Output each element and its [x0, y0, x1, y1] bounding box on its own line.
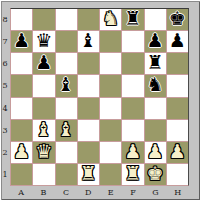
- square-a6[interactable]: [11, 53, 32, 74]
- square-f7[interactable]: [122, 31, 143, 52]
- square-c5[interactable]: ♝: [56, 75, 77, 96]
- square-b3[interactable]: ♝: [33, 120, 54, 141]
- square-c4[interactable]: [56, 98, 77, 119]
- rank-label: 8: [0, 8, 10, 30]
- file-labels: ABCDEFGH: [10, 186, 189, 198]
- square-d2[interactable]: [78, 142, 99, 163]
- square-g5[interactable]: ♞: [145, 75, 166, 96]
- rank-labels: 87654321: [0, 8, 10, 186]
- square-d1[interactable]: ♜: [78, 164, 99, 185]
- square-e2[interactable]: [100, 142, 121, 163]
- piece-white-knight[interactable]: ♞: [102, 9, 119, 28]
- file-label: E: [100, 186, 122, 198]
- square-b5[interactable]: [33, 75, 54, 96]
- square-b4[interactable]: [33, 98, 54, 119]
- square-h3[interactable]: [167, 120, 188, 141]
- piece-black-pawn[interactable]: ♟: [169, 31, 186, 50]
- piece-white-pawn[interactable]: ♟: [124, 142, 141, 161]
- square-a7[interactable]: ♟: [11, 31, 32, 52]
- square-e3[interactable]: [100, 120, 121, 141]
- rank-label: 1: [0, 164, 10, 186]
- piece-black-knight[interactable]: ♞: [147, 75, 164, 94]
- square-g8[interactable]: [145, 9, 166, 30]
- square-d7[interactable]: ♝: [78, 31, 99, 52]
- piece-white-pawn[interactable]: ♟: [169, 142, 186, 161]
- piece-black-rook[interactable]: ♜: [147, 53, 164, 72]
- square-f4[interactable]: [122, 98, 143, 119]
- piece-white-pawn[interactable]: ♟: [147, 142, 164, 161]
- square-a5[interactable]: [11, 75, 32, 96]
- file-label: A: [10, 186, 32, 198]
- square-h5[interactable]: [167, 75, 188, 96]
- square-d5[interactable]: [78, 75, 99, 96]
- square-c1[interactable]: [56, 164, 77, 185]
- square-g6[interactable]: ♜: [145, 53, 166, 74]
- piece-white-rook[interactable]: ♜: [80, 164, 97, 183]
- square-c2[interactable]: [56, 142, 77, 163]
- square-f2[interactable]: ♟: [122, 142, 143, 163]
- square-g1[interactable]: ♚: [145, 164, 166, 185]
- piece-black-pawn[interactable]: ♟: [13, 31, 30, 50]
- square-h7[interactable]: ♟: [167, 31, 188, 52]
- square-c7[interactable]: [56, 31, 77, 52]
- rank-label: 3: [0, 119, 10, 141]
- square-d6[interactable]: [78, 53, 99, 74]
- square-b2[interactable]: ♛: [33, 142, 54, 163]
- square-e1[interactable]: [100, 164, 121, 185]
- file-label: B: [32, 186, 54, 198]
- square-b8[interactable]: [33, 9, 54, 30]
- piece-white-rook[interactable]: ♜: [124, 164, 141, 183]
- square-f5[interactable]: [122, 75, 143, 96]
- square-g2[interactable]: ♟: [145, 142, 166, 163]
- square-d8[interactable]: [78, 9, 99, 30]
- square-a8[interactable]: [11, 9, 32, 30]
- piece-white-queen[interactable]: ♛: [35, 142, 52, 161]
- square-b1[interactable]: [33, 164, 54, 185]
- chess-app-window: 87654321 ♞♜♚♟♛♝♟♟♟♜♝♞♝♝♟♛♟♟♟♜♜♚ ABCDEFGH: [0, 0, 200, 200]
- rank-label: 7: [0, 30, 10, 52]
- rank-label: 2: [0, 142, 10, 164]
- square-a2[interactable]: ♟: [11, 142, 32, 163]
- square-c8[interactable]: [56, 9, 77, 30]
- square-e6[interactable]: [100, 53, 121, 74]
- piece-white-bishop[interactable]: ♝: [35, 120, 52, 139]
- rank-label: 6: [0, 53, 10, 75]
- square-b7[interactable]: ♛: [33, 31, 54, 52]
- rank-label: 4: [0, 97, 10, 119]
- square-a3[interactable]: [11, 120, 32, 141]
- square-d4[interactable]: [78, 98, 99, 119]
- file-label: D: [77, 186, 99, 198]
- square-a4[interactable]: [11, 98, 32, 119]
- square-e7[interactable]: [100, 31, 121, 52]
- file-label: C: [55, 186, 77, 198]
- square-c6[interactable]: [56, 53, 77, 74]
- square-c3[interactable]: ♝: [56, 120, 77, 141]
- square-f8[interactable]: ♜: [122, 9, 143, 30]
- piece-black-rook[interactable]: ♜: [124, 9, 141, 28]
- square-h6[interactable]: [167, 53, 188, 74]
- square-b6[interactable]: ♟: [33, 53, 54, 74]
- square-h8[interactable]: ♚: [167, 9, 188, 30]
- square-f1[interactable]: ♜: [122, 164, 143, 185]
- square-h1[interactable]: [167, 164, 188, 185]
- square-e5[interactable]: [100, 75, 121, 96]
- piece-white-king[interactable]: ♚: [147, 164, 164, 183]
- piece-black-pawn[interactable]: ♟: [147, 31, 164, 50]
- piece-black-bishop[interactable]: ♝: [58, 75, 75, 94]
- square-e8[interactable]: ♞: [100, 9, 121, 30]
- piece-black-bishop[interactable]: ♝: [80, 31, 97, 50]
- square-d3[interactable]: [78, 120, 99, 141]
- piece-white-bishop[interactable]: ♝: [58, 120, 75, 139]
- square-g3[interactable]: [145, 120, 166, 141]
- file-label: H: [167, 186, 189, 198]
- piece-white-pawn[interactable]: ♟: [13, 142, 30, 161]
- square-h4[interactable]: [167, 98, 188, 119]
- rank-label: 5: [0, 75, 10, 97]
- square-f3[interactable]: [122, 120, 143, 141]
- file-label: G: [144, 186, 166, 198]
- square-f6[interactable]: [122, 53, 143, 74]
- piece-black-queen[interactable]: ♛: [35, 31, 52, 50]
- square-g7[interactable]: ♟: [145, 31, 166, 52]
- piece-black-pawn[interactable]: ♟: [35, 53, 52, 72]
- square-h2[interactable]: ♟: [167, 142, 188, 163]
- square-e4[interactable]: [100, 98, 121, 119]
- piece-black-king[interactable]: ♚: [169, 9, 186, 28]
- file-label: F: [122, 186, 144, 198]
- square-g4[interactable]: [145, 98, 166, 119]
- square-a1[interactable]: [11, 164, 32, 185]
- chess-board[interactable]: ♞♜♚♟♛♝♟♟♟♜♝♞♝♝♟♛♟♟♟♜♜♚: [10, 8, 189, 186]
